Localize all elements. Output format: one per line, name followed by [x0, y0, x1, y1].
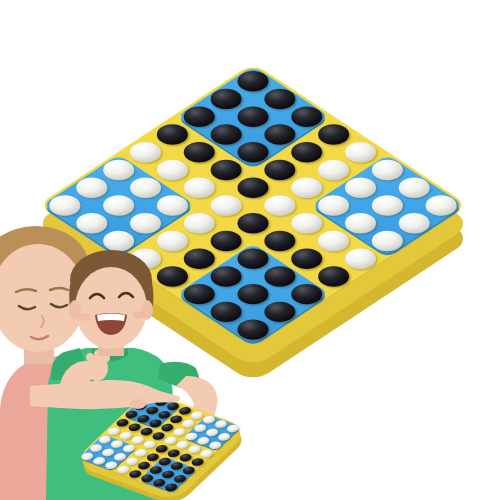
marble-black	[238, 177, 269, 197]
marble-white	[157, 195, 188, 215]
marble-black	[264, 88, 295, 108]
marble-white	[345, 177, 376, 197]
index-finger	[143, 388, 181, 403]
marble-black	[157, 124, 188, 144]
marble-black	[238, 142, 269, 162]
product-photo	[0, 0, 500, 500]
marble-black	[291, 283, 322, 303]
marble-black	[211, 124, 242, 144]
marble-black	[264, 124, 295, 144]
marble-white	[345, 142, 376, 162]
marble-white	[426, 195, 457, 215]
marble-black	[264, 301, 295, 321]
marble-black	[264, 266, 295, 286]
marble-white	[211, 195, 242, 215]
marble-black	[264, 159, 295, 179]
marble-white	[49, 195, 80, 215]
marble-black	[211, 159, 242, 179]
marble-black	[182, 466, 195, 474]
marble-white	[399, 177, 430, 197]
marble-white	[318, 195, 349, 215]
marble-white	[218, 432, 231, 440]
pointing-hand	[30, 376, 210, 424]
marble-black	[165, 483, 178, 491]
marble-black	[211, 88, 242, 108]
marble-black	[238, 71, 269, 91]
marble-white	[157, 159, 188, 179]
face-right-child	[75, 267, 147, 349]
marble-white	[264, 195, 295, 215]
marble-black	[184, 106, 215, 126]
marble-white	[291, 213, 322, 233]
marble-black	[318, 266, 349, 286]
marble-black	[264, 230, 295, 250]
marble-black	[174, 474, 187, 482]
marble-white	[209, 441, 222, 449]
marble-black	[291, 142, 322, 162]
marble-black	[318, 124, 349, 144]
marble-white	[130, 177, 161, 197]
marble-black	[291, 248, 322, 268]
marble-white	[318, 230, 349, 250]
marble-white	[291, 177, 322, 197]
marble-white	[184, 177, 215, 197]
marble-black	[191, 457, 204, 465]
marble-white	[372, 230, 403, 250]
marble-white	[227, 424, 240, 432]
marble-white	[345, 248, 376, 268]
marble-white	[345, 213, 376, 233]
marble-white	[76, 177, 107, 197]
marble-white	[318, 159, 349, 179]
marble-white	[130, 142, 161, 162]
marble-black	[184, 142, 215, 162]
marble-white	[103, 195, 134, 215]
marble-black	[291, 106, 322, 126]
marble-white	[200, 449, 213, 457]
marble-white	[399, 213, 430, 233]
marble-white	[103, 159, 134, 179]
marble-black	[238, 106, 269, 126]
marble-white	[372, 159, 403, 179]
marble-white	[372, 195, 403, 215]
